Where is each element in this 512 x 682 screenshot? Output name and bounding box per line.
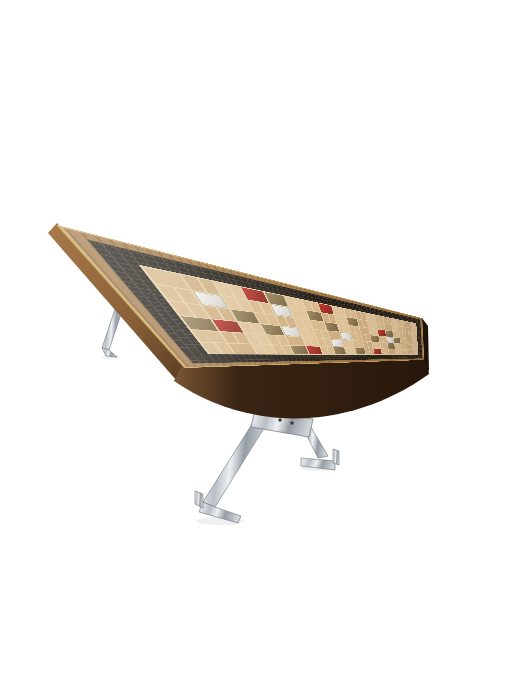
leg-foot-tip-right [333, 449, 339, 465]
chrome-leg-near [195, 409, 339, 523]
leg-bar-left [203, 421, 266, 507]
leg-foot-tip-left [195, 491, 203, 508]
bracket-screw [278, 418, 281, 421]
tile [413, 350, 418, 355]
product-photo-scene [0, 0, 512, 682]
bracket-screw [290, 421, 293, 424]
